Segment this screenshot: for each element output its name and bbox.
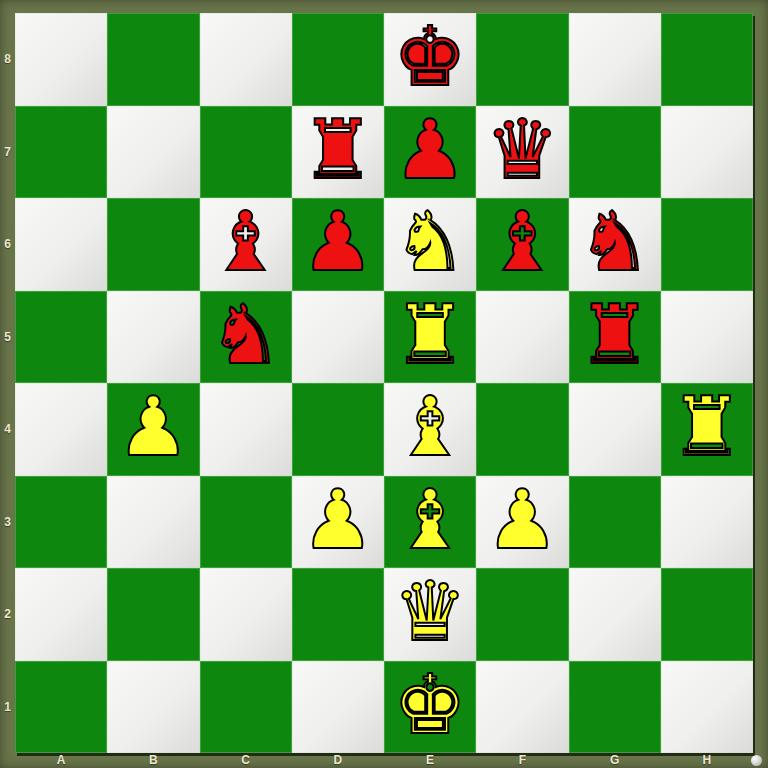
square-f4[interactable] (476, 383, 568, 476)
square-e4[interactable]: ♝ (384, 383, 476, 476)
square-g7[interactable] (569, 106, 661, 199)
file-label-e: E (384, 754, 476, 768)
piece-red-rook-d7[interactable]: ♜ (301, 109, 375, 191)
square-a6[interactable] (15, 198, 107, 291)
piece-red-rook-g5[interactable]: ♜ (578, 294, 652, 376)
square-f2[interactable] (476, 568, 568, 661)
piece-yellow-bishop-e3[interactable]: ♝ (393, 479, 467, 561)
piece-red-knight-c5[interactable]: ♞ (209, 294, 283, 376)
square-f1[interactable] (476, 661, 568, 754)
piece-red-pawn-d6[interactable]: ♟ (301, 201, 375, 283)
square-c6[interactable]: ♝ (200, 198, 292, 291)
square-a7[interactable] (15, 106, 107, 199)
square-f7[interactable]: ♛ (476, 106, 568, 199)
square-c8[interactable] (200, 13, 292, 106)
square-a4[interactable] (15, 383, 107, 476)
square-g8[interactable] (569, 13, 661, 106)
square-b8[interactable] (107, 13, 199, 106)
rank-label-3: 3 (0, 476, 15, 569)
piece-red-bishop-c6[interactable]: ♝ (209, 201, 283, 283)
square-c1[interactable] (200, 661, 292, 754)
rank-label-8: 8 (0, 13, 15, 106)
file-label-h: H (661, 754, 753, 768)
file-label-a: A (15, 754, 107, 768)
file-label-d: D (292, 754, 384, 768)
square-h7[interactable] (661, 106, 753, 199)
square-h8[interactable] (661, 13, 753, 106)
square-c7[interactable] (200, 106, 292, 199)
square-d3[interactable]: ♟ (292, 476, 384, 569)
square-b7[interactable] (107, 106, 199, 199)
rank-labels: 87654321 (0, 13, 15, 753)
square-h2[interactable] (661, 568, 753, 661)
square-g3[interactable] (569, 476, 661, 569)
square-e2[interactable]: ♛ (384, 568, 476, 661)
square-c3[interactable] (200, 476, 292, 569)
piece-yellow-bishop-e4[interactable]: ♝ (393, 386, 467, 468)
square-d1[interactable] (292, 661, 384, 754)
piece-yellow-rook-e5[interactable]: ♜ (393, 294, 467, 376)
square-f3[interactable]: ♟ (476, 476, 568, 569)
square-g2[interactable] (569, 568, 661, 661)
rank-label-5: 5 (0, 291, 15, 384)
square-g6[interactable]: ♞ (569, 198, 661, 291)
piece-yellow-pawn-f3[interactable]: ♟ (486, 479, 560, 561)
rank-label-2: 2 (0, 568, 15, 661)
piece-yellow-king-e1[interactable]: ♚ (393, 664, 467, 746)
square-b3[interactable] (107, 476, 199, 569)
square-b1[interactable] (107, 661, 199, 754)
square-a2[interactable] (15, 568, 107, 661)
square-d2[interactable] (292, 568, 384, 661)
square-b4[interactable]: ♟ (107, 383, 199, 476)
square-h6[interactable] (661, 198, 753, 291)
piece-red-knight-g6[interactable]: ♞ (578, 201, 652, 283)
square-e1[interactable]: ♚ (384, 661, 476, 754)
square-e8[interactable]: ♚ (384, 13, 476, 106)
square-b2[interactable] (107, 568, 199, 661)
square-d5[interactable] (292, 291, 384, 384)
square-e5[interactable]: ♜ (384, 291, 476, 384)
square-e3[interactable]: ♝ (384, 476, 476, 569)
corner-dot-icon (751, 755, 762, 766)
piece-yellow-rook-h4[interactable]: ♜ (670, 386, 744, 468)
file-label-c: C (200, 754, 292, 768)
square-g5[interactable]: ♜ (569, 291, 661, 384)
piece-red-bishop-f6[interactable]: ♝ (486, 201, 560, 283)
rank-label-6: 6 (0, 198, 15, 291)
square-h5[interactable] (661, 291, 753, 384)
chess-board-frame: 87654321 ♚♜♟♛♝♟♞♝♞♞♜♜♟♝♜♟♝♟♛♚ ABCDEFGH (0, 0, 768, 768)
rank-label-7: 7 (0, 106, 15, 199)
square-f8[interactable] (476, 13, 568, 106)
square-c2[interactable] (200, 568, 292, 661)
piece-yellow-pawn-b4[interactable]: ♟ (117, 386, 191, 468)
square-b5[interactable] (107, 291, 199, 384)
square-d8[interactable] (292, 13, 384, 106)
square-a1[interactable] (15, 661, 107, 754)
piece-yellow-knight-e6[interactable]: ♞ (393, 201, 467, 283)
square-c4[interactable] (200, 383, 292, 476)
square-b6[interactable] (107, 198, 199, 291)
square-h1[interactable] (661, 661, 753, 754)
chess-board: ♚♜♟♛♝♟♞♝♞♞♜♜♟♝♜♟♝♟♛♚ (15, 13, 753, 753)
piece-red-pawn-e7[interactable]: ♟ (393, 109, 467, 191)
piece-red-king-e8[interactable]: ♚ (393, 16, 467, 98)
piece-yellow-pawn-d3[interactable]: ♟ (301, 479, 375, 561)
rank-label-1: 1 (0, 661, 15, 754)
square-d6[interactable]: ♟ (292, 198, 384, 291)
file-label-g: G (569, 754, 661, 768)
square-c5[interactable]: ♞ (200, 291, 292, 384)
square-g4[interactable] (569, 383, 661, 476)
square-a3[interactable] (15, 476, 107, 569)
piece-yellow-queen-e2[interactable]: ♛ (393, 571, 467, 653)
square-g1[interactable] (569, 661, 661, 754)
square-d4[interactable] (292, 383, 384, 476)
square-h4[interactable]: ♜ (661, 383, 753, 476)
file-label-f: F (476, 754, 568, 768)
square-h3[interactable] (661, 476, 753, 569)
square-e7[interactable]: ♟ (384, 106, 476, 199)
rank-label-4: 4 (0, 383, 15, 476)
file-labels: ABCDEFGH (15, 754, 753, 768)
piece-red-queen-f7[interactable]: ♛ (486, 109, 560, 191)
square-f5[interactable] (476, 291, 568, 384)
square-f6[interactable]: ♝ (476, 198, 568, 291)
file-label-b: B (107, 754, 199, 768)
square-a8[interactable] (15, 13, 107, 106)
square-d7[interactable]: ♜ (292, 106, 384, 199)
square-e6[interactable]: ♞ (384, 198, 476, 291)
square-a5[interactable] (15, 291, 107, 384)
